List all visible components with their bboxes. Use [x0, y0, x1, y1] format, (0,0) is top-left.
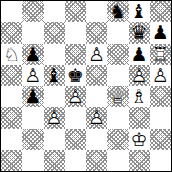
- square-e2[interactable]: [86, 129, 107, 150]
- square-f6[interactable]: [107, 44, 128, 65]
- white-pawn-icon: ♙: [150, 65, 171, 86]
- square-e3[interactable]: ♟♙: [86, 107, 107, 128]
- black-pawn-icon: ♟: [22, 44, 43, 65]
- piece-white-rook: ♜♖: [150, 44, 171, 65]
- square-b5[interactable]: ♟♙: [22, 65, 43, 86]
- square-b6[interactable]: ♟: [22, 44, 43, 65]
- white-king-icon: ♔: [129, 129, 150, 150]
- square-f8[interactable]: ♞: [107, 1, 128, 22]
- piece-white-pawn: ♟♙: [65, 86, 86, 107]
- square-d5[interactable]: ♚: [65, 65, 86, 86]
- black-pawn-icon: ♟: [150, 22, 171, 43]
- piece-black-pawn: ♟: [22, 44, 43, 65]
- white-pawn-icon: ♙: [86, 44, 107, 65]
- square-b2[interactable]: [22, 129, 43, 150]
- piece-black-king: ♚: [65, 65, 86, 86]
- piece-white-pawn: ♟♙: [86, 44, 107, 65]
- piece-white-pawn: ♟♙: [150, 65, 171, 86]
- white-rook-icon: ♖: [150, 44, 171, 65]
- square-a4[interactable]: [1, 86, 22, 107]
- piece-black-bishop: ♝: [129, 1, 150, 22]
- square-g4[interactable]: ♝♗: [129, 86, 150, 107]
- square-e4[interactable]: [86, 86, 107, 107]
- piece-black-knight: ♞: [107, 1, 128, 22]
- square-g1[interactable]: [129, 150, 150, 171]
- white-pawn-icon: ♙: [86, 107, 107, 128]
- square-d1[interactable]: [65, 150, 86, 171]
- square-c2[interactable]: [44, 129, 65, 150]
- square-h2[interactable]: [150, 129, 171, 150]
- piece-black-pawn: ♟: [150, 22, 171, 43]
- white-knight-icon: ♘: [1, 44, 22, 65]
- square-e7[interactable]: [86, 22, 107, 43]
- white-bishop-icon: ♗: [129, 86, 150, 107]
- black-knight-icon: ♞: [107, 1, 128, 22]
- square-b3[interactable]: [22, 107, 43, 128]
- square-d8[interactable]: [65, 1, 86, 22]
- square-a2[interactable]: [1, 129, 22, 150]
- square-c6[interactable]: [44, 44, 65, 65]
- piece-white-pawn: ♟♙: [22, 65, 43, 86]
- square-b4[interactable]: ♟: [22, 86, 43, 107]
- piece-white-bishop: ♝♗: [129, 86, 150, 107]
- square-h3[interactable]: [150, 107, 171, 128]
- black-pawn-icon: ♟: [22, 86, 43, 107]
- square-e8[interactable]: [86, 1, 107, 22]
- square-c3[interactable]: ♟♙: [44, 107, 65, 128]
- square-d6[interactable]: [65, 44, 86, 65]
- square-f7[interactable]: [107, 22, 128, 43]
- square-b1[interactable]: [22, 150, 43, 171]
- square-g3[interactable]: [129, 107, 150, 128]
- square-a7[interactable]: [1, 22, 22, 43]
- piece-white-knight: ♞♘: [1, 44, 22, 65]
- square-a8[interactable]: [1, 1, 22, 22]
- square-e6[interactable]: ♟♙: [86, 44, 107, 65]
- square-g8[interactable]: ♝: [129, 1, 150, 22]
- square-f1[interactable]: [107, 150, 128, 171]
- square-a5[interactable]: [1, 65, 22, 86]
- black-pawn-icon: ♟: [129, 44, 150, 65]
- square-d2[interactable]: [65, 129, 86, 150]
- piece-white-king: ♚♔: [129, 129, 150, 150]
- black-king-icon: ♚: [65, 65, 86, 86]
- square-c8[interactable]: [44, 1, 65, 22]
- white-queen-icon: ♕: [107, 86, 128, 107]
- piece-black-pawn: ♟: [129, 44, 150, 65]
- piece-white-queen: ♛♕: [107, 86, 128, 107]
- piece-white-pawn: ♟♙: [129, 65, 150, 86]
- square-c4[interactable]: [44, 86, 65, 107]
- square-c5[interactable]: ♝: [44, 65, 65, 86]
- square-d7[interactable]: [65, 22, 86, 43]
- square-a3[interactable]: [1, 107, 22, 128]
- square-g5[interactable]: ♟♙: [129, 65, 150, 86]
- square-f3[interactable]: [107, 107, 128, 128]
- square-f5[interactable]: [107, 65, 128, 86]
- white-pawn-icon: ♙: [129, 65, 150, 86]
- square-b8[interactable]: [22, 1, 43, 22]
- white-pawn-icon: ♙: [44, 107, 65, 128]
- piece-black-bishop: ♝: [44, 65, 65, 86]
- square-h7[interactable]: ♟: [150, 22, 171, 43]
- square-h5[interactable]: ♟♙: [150, 65, 171, 86]
- black-queen-icon: ♛: [129, 22, 150, 43]
- square-g6[interactable]: ♟: [129, 44, 150, 65]
- square-f2[interactable]: [107, 129, 128, 150]
- piece-white-pawn: ♟♙: [44, 107, 65, 128]
- square-b7[interactable]: [22, 22, 43, 43]
- square-h6[interactable]: ♜♖: [150, 44, 171, 65]
- black-bishop-icon: ♝: [44, 65, 65, 86]
- chess-diagram: ♞♝♛♟♞♘♟♟♙♟♜♖♟♙♝♚♟♙♟♙♟♟♙♛♕♝♗♟♙♟♙♚♔: [0, 0, 172, 172]
- white-pawn-icon: ♙: [22, 65, 43, 86]
- square-h4[interactable]: [150, 86, 171, 107]
- square-d3[interactable]: [65, 107, 86, 128]
- square-d4[interactable]: ♟♙: [65, 86, 86, 107]
- piece-white-pawn: ♟♙: [86, 107, 107, 128]
- square-e1[interactable]: [86, 150, 107, 171]
- chess-board: ♞♝♛♟♞♘♟♟♙♟♜♖♟♙♝♚♟♙♟♙♟♟♙♛♕♝♗♟♙♟♙♚♔: [0, 0, 172, 172]
- square-c7[interactable]: [44, 22, 65, 43]
- square-g2[interactable]: ♚♔: [129, 129, 150, 150]
- square-a1[interactable]: [1, 150, 22, 171]
- square-c1[interactable]: [44, 150, 65, 171]
- square-e5[interactable]: [86, 65, 107, 86]
- square-a6[interactable]: ♞♘: [1, 44, 22, 65]
- piece-black-pawn: ♟: [22, 86, 43, 107]
- white-pawn-icon: ♙: [65, 86, 86, 107]
- piece-black-queen: ♛: [129, 22, 150, 43]
- square-h1[interactable]: [150, 150, 171, 171]
- square-f4[interactable]: ♛♕: [107, 86, 128, 107]
- square-h8[interactable]: [150, 1, 171, 22]
- black-bishop-icon: ♝: [129, 1, 150, 22]
- square-g7[interactable]: ♛: [129, 22, 150, 43]
